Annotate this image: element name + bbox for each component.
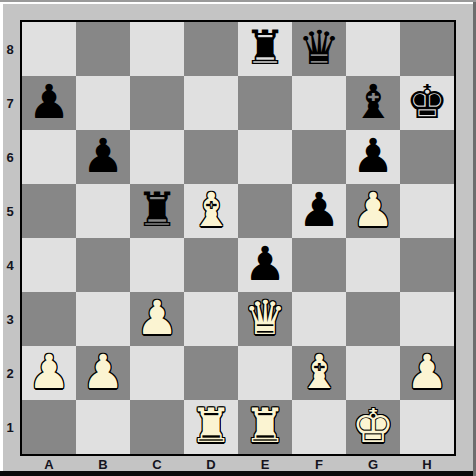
piece-black-pawn-f5[interactable]: ♟ [292, 184, 346, 238]
piece-white-bishop-f2[interactable]: ♝ [292, 346, 346, 400]
file-label-f: F [292, 455, 346, 473]
square-h4[interactable] [400, 238, 454, 292]
rank-label-6: 6 [0, 130, 20, 184]
square-a4[interactable] [22, 238, 76, 292]
square-h7[interactable]: ♚ [400, 76, 454, 130]
square-f8[interactable]: ♛ [292, 22, 346, 76]
square-h8[interactable] [400, 22, 454, 76]
square-e2[interactable] [238, 346, 292, 400]
square-g4[interactable] [346, 238, 400, 292]
rank-labels: 87654321 [0, 22, 20, 454]
square-b3[interactable] [76, 292, 130, 346]
file-label-c: C [130, 455, 184, 473]
square-a1[interactable] [22, 400, 76, 454]
square-d2[interactable] [184, 346, 238, 400]
square-g3[interactable] [346, 292, 400, 346]
piece-black-king-h7[interactable]: ♚ [400, 76, 454, 130]
square-g5[interactable]: ♟ [346, 184, 400, 238]
piece-black-rook-e8[interactable]: ♜ [238, 22, 292, 76]
piece-black-pawn-e4[interactable]: ♟ [238, 238, 292, 292]
piece-white-pawn-g5[interactable]: ♟ [346, 184, 400, 238]
rank-label-4: 4 [0, 238, 20, 292]
square-d3[interactable] [184, 292, 238, 346]
square-d5[interactable]: ♝ [184, 184, 238, 238]
file-label-d: D [184, 455, 238, 473]
piece-black-bishop-g7[interactable]: ♝ [346, 76, 400, 130]
piece-black-pawn-a7[interactable]: ♟ [22, 76, 76, 130]
square-a2[interactable]: ♟ [22, 346, 76, 400]
square-b8[interactable] [76, 22, 130, 76]
square-a3[interactable] [22, 292, 76, 346]
square-c5[interactable]: ♜ [130, 184, 184, 238]
piece-white-pawn-h2[interactable]: ♟ [400, 346, 454, 400]
square-h3[interactable] [400, 292, 454, 346]
square-c4[interactable] [130, 238, 184, 292]
rank-label-2: 2 [0, 346, 20, 400]
file-label-e: E [238, 455, 292, 473]
square-f3[interactable] [292, 292, 346, 346]
square-b2[interactable]: ♟ [76, 346, 130, 400]
file-label-a: A [22, 455, 76, 473]
piece-white-queen-e3[interactable]: ♛ [238, 292, 292, 346]
piece-white-rook-d1[interactable]: ♜ [184, 400, 238, 454]
square-f4[interactable] [292, 238, 346, 292]
square-g6[interactable]: ♟ [346, 130, 400, 184]
square-d8[interactable] [184, 22, 238, 76]
chess-board: ♜♛♟♝♚♟♟♜♝♟♟♟♟♛♟♟♝♟♜♜♚ [20, 20, 456, 456]
square-c2[interactable] [130, 346, 184, 400]
square-e1[interactable]: ♜ [238, 400, 292, 454]
square-g8[interactable] [346, 22, 400, 76]
square-b7[interactable] [76, 76, 130, 130]
square-c1[interactable] [130, 400, 184, 454]
square-f5[interactable]: ♟ [292, 184, 346, 238]
square-c3[interactable]: ♟ [130, 292, 184, 346]
square-e4[interactable]: ♟ [238, 238, 292, 292]
square-f7[interactable] [292, 76, 346, 130]
piece-black-rook-c5[interactable]: ♜ [130, 184, 184, 238]
square-f6[interactable] [292, 130, 346, 184]
square-c6[interactable] [130, 130, 184, 184]
square-h1[interactable] [400, 400, 454, 454]
square-a6[interactable] [22, 130, 76, 184]
piece-white-bishop-d5[interactable]: ♝ [184, 184, 238, 238]
square-c8[interactable] [130, 22, 184, 76]
file-label-g: G [346, 455, 400, 473]
square-d6[interactable] [184, 130, 238, 184]
square-a8[interactable] [22, 22, 76, 76]
square-f1[interactable] [292, 400, 346, 454]
square-h6[interactable] [400, 130, 454, 184]
square-b5[interactable] [76, 184, 130, 238]
piece-white-pawn-b2[interactable]: ♟ [76, 346, 130, 400]
square-b4[interactable] [76, 238, 130, 292]
square-f2[interactable]: ♝ [292, 346, 346, 400]
piece-black-pawn-b6[interactable]: ♟ [76, 130, 130, 184]
file-labels: ABCDEFGH [22, 455, 454, 473]
square-b6[interactable]: ♟ [76, 130, 130, 184]
piece-black-queen-f8[interactable]: ♛ [292, 22, 346, 76]
piece-white-pawn-c3[interactable]: ♟ [130, 292, 184, 346]
square-d1[interactable]: ♜ [184, 400, 238, 454]
piece-white-pawn-a2[interactable]: ♟ [22, 346, 76, 400]
square-h5[interactable] [400, 184, 454, 238]
piece-black-pawn-g6[interactable]: ♟ [346, 130, 400, 184]
rank-label-5: 5 [0, 184, 20, 238]
square-d7[interactable] [184, 76, 238, 130]
square-b1[interactable] [76, 400, 130, 454]
rank-label-3: 3 [0, 292, 20, 346]
square-g2[interactable] [346, 346, 400, 400]
file-label-h: H [400, 455, 454, 473]
piece-white-rook-e1[interactable]: ♜ [238, 400, 292, 454]
square-e5[interactable] [238, 184, 292, 238]
file-label-b: B [76, 455, 130, 473]
square-e8[interactable]: ♜ [238, 22, 292, 76]
piece-white-king-g1[interactable]: ♚ [346, 400, 400, 454]
square-g7[interactable]: ♝ [346, 76, 400, 130]
rank-label-7: 7 [0, 76, 20, 130]
square-d4[interactable] [184, 238, 238, 292]
square-e3[interactable]: ♛ [238, 292, 292, 346]
rank-label-1: 1 [0, 400, 20, 454]
square-c7[interactable] [130, 76, 184, 130]
rank-label-8: 8 [0, 22, 20, 76]
square-a5[interactable] [22, 184, 76, 238]
square-e7[interactable] [238, 76, 292, 130]
square-h2[interactable]: ♟ [400, 346, 454, 400]
square-e6[interactable] [238, 130, 292, 184]
square-g1[interactable]: ♚ [346, 400, 400, 454]
square-a7[interactable]: ♟ [22, 76, 76, 130]
board-frame: 87654321 ♜♛♟♝♚♟♟♜♝♟♟♟♟♛♟♟♝♟♜♜♚ ABCDEFGH [0, 0, 476, 476]
